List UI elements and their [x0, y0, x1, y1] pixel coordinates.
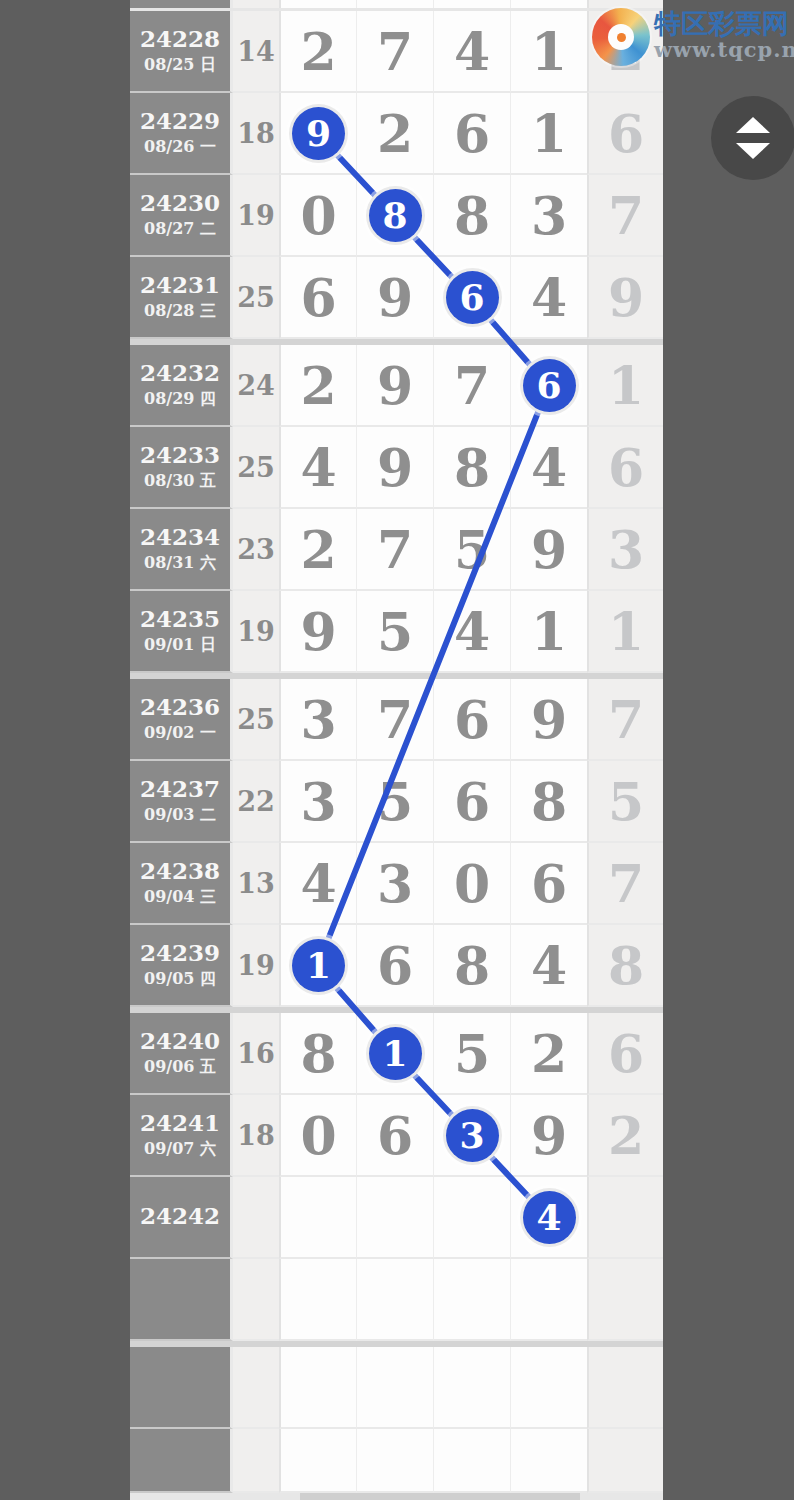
digit-cell-4: 6	[510, 345, 587, 427]
period-number: 24231	[140, 272, 220, 297]
digit-cell-3: 5	[433, 1013, 510, 1095]
site-url: www.tqcp.net	[654, 39, 794, 60]
digit-cell-3: 6	[433, 257, 510, 339]
period-number: 24232	[140, 360, 220, 385]
digit-cell-1	[279, 1347, 356, 1429]
digit-cell-1: 9	[279, 93, 356, 175]
period-number: 24233	[140, 442, 220, 467]
digit-cell-2: 9	[356, 427, 433, 509]
period-number: 24236	[140, 694, 220, 719]
draw-date: 08/25 日	[144, 55, 216, 76]
extra-digit-cell: 1	[587, 345, 663, 427]
down-triangle-icon	[736, 143, 770, 159]
period-number: 24229	[140, 108, 220, 133]
period-cell: 24239 09/05 四	[130, 925, 233, 1007]
draw-row: 24242 4	[130, 1177, 663, 1259]
draw-date: 09/02 一	[144, 723, 216, 744]
sum-cell: 25	[233, 257, 279, 339]
sum-cell: 13	[233, 843, 279, 925]
site-logo[interactable]: 特区彩票网 www.tqcp.net	[592, 8, 794, 66]
draw-date: 08/27 二	[144, 219, 216, 240]
group-separator	[130, 673, 663, 679]
digit-cell-2: 2	[356, 93, 433, 175]
highlighted-digit-ball: 9	[292, 107, 345, 160]
period-cell: 24228 08/25 日	[130, 11, 233, 93]
period-cell: 24230 08/27 二	[130, 175, 233, 257]
extra-digit-cell: 7	[587, 679, 663, 761]
period-cell	[130, 1429, 233, 1493]
digit-cell-1	[279, 1177, 356, 1259]
up-triangle-icon	[736, 117, 770, 133]
digit-cell-1: 3	[279, 761, 356, 843]
period-number: 24238	[140, 858, 220, 883]
scrollbar-thumb[interactable]	[300, 1493, 580, 1500]
draw-row	[130, 1347, 663, 1429]
digit-cell-4: 3	[510, 175, 587, 257]
digit-cell-1	[279, 1259, 356, 1341]
digit-cell-3: 5	[433, 509, 510, 591]
digit-cell-2	[356, 1259, 433, 1341]
draw-row: 24229 08/26 一 18 9 2 6 1 6	[130, 93, 663, 175]
sum-cell: 18	[233, 1095, 279, 1177]
highlighted-digit-ball: 1	[369, 1027, 422, 1080]
extra-digit-cell: 6	[587, 1013, 663, 1095]
digit-cell-4	[510, 1429, 587, 1493]
digit-cell-3	[433, 1259, 510, 1341]
digit-cell-3: 6	[433, 679, 510, 761]
digit-cell-2: 7	[356, 11, 433, 93]
period-number: 24242	[140, 1203, 220, 1228]
period-cell: 24231 08/28 三	[130, 257, 233, 339]
draw-row: 24238 09/04 三 13 4 3 0 6 7	[130, 843, 663, 925]
digit-cell-4: 9	[510, 679, 587, 761]
period-cell: 24237 09/03 二	[130, 761, 233, 843]
highlighted-digit-ball: 8	[369, 189, 422, 242]
draw-row: 24236 09/02 一 25 3 7 6 9 7	[130, 679, 663, 761]
digit-cell-4: 4	[510, 257, 587, 339]
digit-cell-3: 7	[433, 345, 510, 427]
highlighted-digit-ball: 1	[292, 939, 345, 992]
extra-digit-cell: 6	[587, 93, 663, 175]
draw-date: 08/31 六	[144, 553, 216, 574]
draw-row: 24228 08/25 日 14 2 7 4 1 2	[130, 11, 663, 93]
digit-cell-1: 4	[279, 427, 356, 509]
scroll-toggle-button[interactable]	[711, 96, 794, 180]
digit-cell-3: 4	[433, 591, 510, 673]
digit-cell-2: 3	[356, 843, 433, 925]
digit-cell-3: 6	[433, 93, 510, 175]
sum-cell	[233, 1347, 279, 1429]
sum-cell: 23	[233, 509, 279, 591]
digit-cell-4: 4	[510, 1177, 587, 1259]
digit-cell-1: 2	[279, 345, 356, 427]
extra-digit-cell	[587, 1429, 663, 1493]
digit-cell-4	[510, 1259, 587, 1341]
digit-cell-2	[356, 1177, 433, 1259]
digit-cell-2: 6	[356, 1095, 433, 1177]
highlighted-digit-ball: 6	[523, 359, 576, 412]
sum-cell: 25	[233, 679, 279, 761]
digit-cell-2: 5	[356, 761, 433, 843]
highlighted-digit-ball: 3	[446, 1109, 499, 1162]
digit-cell-3	[433, 1429, 510, 1493]
period-cell: 24234 08/31 六	[130, 509, 233, 591]
extra-digit-cell: 7	[587, 175, 663, 257]
group-separator	[130, 1341, 663, 1347]
digit-cell-4: 1	[510, 591, 587, 673]
extra-digit-cell	[587, 1347, 663, 1429]
period-cell: 24241 09/07 六	[130, 1095, 233, 1177]
digit-cell-4: 8	[510, 761, 587, 843]
digit-cell-1: 2	[279, 11, 356, 93]
draw-row	[130, 1259, 663, 1341]
digit-cell-1: 6	[279, 257, 356, 339]
sum-cell: 19	[233, 591, 279, 673]
digit-cell-2: 9	[356, 257, 433, 339]
draw-row: 24231 08/28 三 25 6 9 6 4 9	[130, 257, 663, 339]
digit-cell-2: 5	[356, 591, 433, 673]
digit-cell-4: 1	[510, 11, 587, 93]
draw-date: 09/06 五	[144, 1057, 216, 1078]
sum-cell: 16	[233, 1013, 279, 1095]
extra-digit-cell: 7	[587, 843, 663, 925]
digit-cell-1: 0	[279, 175, 356, 257]
period-cell: 24236 09/02 一	[130, 679, 233, 761]
period-cell: 24233 08/30 五	[130, 427, 233, 509]
period-number: 24237	[140, 776, 220, 801]
period-cell: 24235 09/01 日	[130, 591, 233, 673]
sum-cell	[233, 1177, 279, 1259]
period-cell: 24242	[130, 1177, 233, 1259]
period-number: 24239	[140, 940, 220, 965]
period-cell	[130, 1259, 233, 1341]
digit-cell-4	[510, 1347, 587, 1429]
digit-cell-3: 6	[433, 761, 510, 843]
digit-cell-2: 9	[356, 345, 433, 427]
period-cell: 24229 08/26 一	[130, 93, 233, 175]
digit-cell-4: 2	[510, 1013, 587, 1095]
period-number: 24230	[140, 190, 220, 215]
digit-cell-4: 6	[510, 843, 587, 925]
draw-row: 24230 08/27 二 19 0 8 8 3 7	[130, 175, 663, 257]
period-cell: 24238 09/04 三	[130, 843, 233, 925]
digit-cell-2	[356, 1429, 433, 1493]
draw-date: 09/04 三	[144, 887, 216, 908]
sum-cell: 18	[233, 93, 279, 175]
digit-cell-2: 7	[356, 509, 433, 591]
extra-digit-cell	[587, 1177, 663, 1259]
digit-cell-2: 7	[356, 679, 433, 761]
digit-cell-4: 9	[510, 1095, 587, 1177]
sum-cell: 24	[233, 345, 279, 427]
highlighted-digit-ball: 4	[523, 1191, 576, 1244]
digit-cell-4: 9	[510, 509, 587, 591]
extra-digit-cell: 6	[587, 427, 663, 509]
sum-cell: 19	[233, 925, 279, 1007]
sum-cell: 19	[233, 175, 279, 257]
horizontal-scrollbar[interactable]	[130, 1493, 663, 1500]
digit-cell-1: 0	[279, 1095, 356, 1177]
period-number: 24241	[140, 1110, 220, 1135]
draw-date: 09/03 二	[144, 805, 216, 826]
draw-row	[130, 1429, 663, 1493]
draw-date: 08/30 五	[144, 471, 216, 492]
digit-cell-1: 2	[279, 509, 356, 591]
digit-cell-1	[279, 1429, 356, 1493]
digit-cell-3: 8	[433, 427, 510, 509]
draw-row: 24239 09/05 四 19 1 6 8 4 8	[130, 925, 663, 1007]
extra-digit-cell	[587, 1259, 663, 1341]
digit-cell-1: 8	[279, 1013, 356, 1095]
site-name: 特区彩票网	[654, 8, 794, 39]
draw-date: 09/07 六	[144, 1139, 216, 1160]
extra-digit-cell: 1	[587, 591, 663, 673]
digit-cell-2: 1	[356, 1013, 433, 1095]
sum-cell: 14	[233, 11, 279, 93]
period-cell: 24232 08/29 四	[130, 345, 233, 427]
draw-row: 24233 08/30 五 25 4 9 8 4 6	[130, 427, 663, 509]
digit-cell-2: 8	[356, 175, 433, 257]
period-number: 24235	[140, 606, 220, 631]
draw-row: 24235 09/01 日 19 9 5 4 1 1	[130, 591, 663, 673]
lottery-trend-page: 24228 08/25 日 14 2 7 4 1 2 24229 08/26 一…	[0, 0, 794, 1500]
digit-cell-4: 1	[510, 93, 587, 175]
digit-cell-2: 6	[356, 925, 433, 1007]
digit-cell-1: 1	[279, 925, 356, 1007]
extra-digit-cell: 2	[587, 1095, 663, 1177]
extra-digit-cell: 3	[587, 509, 663, 591]
group-separator	[130, 339, 663, 345]
period-number: 24240	[140, 1028, 220, 1053]
digit-cell-1: 9	[279, 591, 356, 673]
digit-cell-3	[433, 1177, 510, 1259]
draw-row: 24240 09/06 五 16 8 1 5 2 6	[130, 1013, 663, 1095]
draw-row: 24232 08/29 四 24 2 9 7 6 1	[130, 345, 663, 427]
digit-cell-3	[433, 1347, 510, 1429]
draw-date: 08/28 三	[144, 301, 216, 322]
extra-digit-cell: 9	[587, 257, 663, 339]
period-number: 24228	[140, 26, 220, 51]
digit-cell-4: 4	[510, 427, 587, 509]
digit-cell-3: 0	[433, 843, 510, 925]
period-number: 24234	[140, 524, 220, 549]
draw-date: 09/05 四	[144, 969, 216, 990]
draw-date: 09/01 日	[144, 635, 216, 656]
digit-cell-1: 3	[279, 679, 356, 761]
extra-digit-cell: 8	[587, 925, 663, 1007]
sum-cell: 22	[233, 761, 279, 843]
digit-cell-3: 8	[433, 925, 510, 1007]
logo-swirl-icon	[592, 8, 650, 66]
draw-row: 24234 08/31 六 23 2 7 5 9 3	[130, 509, 663, 591]
group-separator	[130, 1007, 663, 1013]
draw-row: 24241 09/07 六 18 0 6 3 9 2	[130, 1095, 663, 1177]
sum-cell	[233, 1429, 279, 1493]
draw-row: 24237 09/03 二 22 3 5 6 8 5	[130, 761, 663, 843]
period-cell	[130, 1347, 233, 1429]
previous-row-sliver	[130, 0, 663, 8]
sum-cell	[233, 1259, 279, 1341]
highlighted-digit-ball: 6	[446, 271, 499, 324]
trend-chart-table: 24228 08/25 日 14 2 7 4 1 2 24229 08/26 一…	[130, 0, 663, 1500]
digit-cell-3: 8	[433, 175, 510, 257]
draw-date: 08/26 一	[144, 137, 216, 158]
digit-cell-3: 4	[433, 11, 510, 93]
period-cell: 24240 09/06 五	[130, 1013, 233, 1095]
draw-date: 08/29 四	[144, 389, 216, 410]
sum-cell: 25	[233, 427, 279, 509]
extra-digit-cell: 5	[587, 761, 663, 843]
digit-cell-1: 4	[279, 843, 356, 925]
digit-cell-2	[356, 1347, 433, 1429]
digit-cell-4: 4	[510, 925, 587, 1007]
digit-cell-3: 3	[433, 1095, 510, 1177]
